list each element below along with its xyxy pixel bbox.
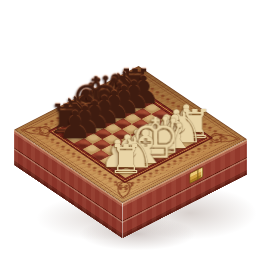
chess-box: ♜♟♟♜♞♟♟♞♝♟♟♝♛♟♟♛♚♟♟♚♝♟♟♝♞♟♟♞♜♟♟♜ (14, 66, 247, 203)
product-photo-stage: ♜♟♟♜♞♟♟♞♝♟♟♝♛♟♟♛♚♟♟♚♝♟♟♝♞♟♟♞♜♟♟♜ (0, 0, 276, 276)
brass-clasp-icon (190, 167, 204, 184)
scene: ♜♟♟♜♞♟♟♞♝♟♟♝♛♟♟♛♚♟♟♚♝♟♟♝♞♟♟♞♜♟♟♜ (0, 0, 276, 276)
